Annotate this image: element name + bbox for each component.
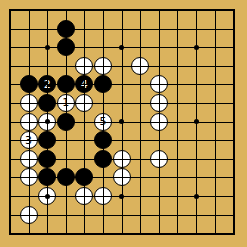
grid-line-horizontal [10, 140, 234, 141]
grid-line-vertical [159, 10, 160, 234]
intersection[interactable] [1, 1, 20, 20]
hoshi-star-point [45, 45, 50, 50]
grid-line-horizontal [10, 215, 234, 216]
grid-line-horizontal [10, 159, 234, 160]
intersection[interactable] [1, 224, 20, 243]
hoshi-star-point [194, 119, 199, 124]
grid-line-vertical [140, 10, 141, 234]
hoshi-star-point [194, 194, 199, 199]
hoshi-star-point [119, 45, 124, 50]
hoshi-star-point [45, 194, 50, 199]
hoshi-star-point [45, 119, 50, 124]
grid-line-vertical [215, 10, 216, 234]
grid-line-horizontal [10, 177, 234, 178]
hoshi-star-point [194, 45, 199, 50]
intersection[interactable] [224, 224, 243, 243]
intersection[interactable] [224, 1, 243, 20]
go-board: 24153 [0, 0, 247, 247]
grid-line-vertical [177, 10, 178, 234]
hoshi-star-point [119, 194, 124, 199]
